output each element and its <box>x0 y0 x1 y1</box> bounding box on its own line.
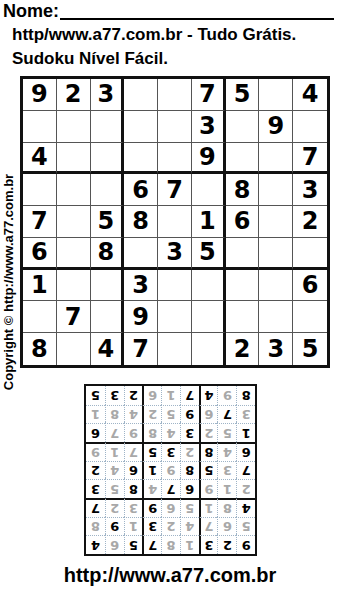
puzzle-cell-r5c1[interactable]: 7 <box>23 206 57 238</box>
puzzle-cell-r3c7[interactable] <box>226 143 260 175</box>
puzzle-cell-r3c6[interactable]: 9 <box>192 143 226 175</box>
solution-cell-r7c7: 9 <box>124 423 143 442</box>
puzzle-cell-r5c7[interactable]: 6 <box>226 206 260 238</box>
puzzle-cell-r3c4[interactable] <box>124 143 158 175</box>
solution-cell-r8c3: 6 <box>199 405 218 424</box>
solution-cell-r1c5: 8 <box>161 535 180 554</box>
solution-cell-r4c6: 4 <box>142 479 161 498</box>
puzzle-cell-r2c1[interactable] <box>23 111 57 143</box>
puzzle-cell-r3c5[interactable] <box>158 143 192 175</box>
solution-cell-r3c8: 2 <box>105 498 124 517</box>
puzzle-cell-r9c5[interactable] <box>158 333 192 365</box>
puzzle-cell-r4c3[interactable] <box>91 174 125 206</box>
solution-cell-r2c4: 4 <box>180 517 199 536</box>
puzzle-cell-r1c8[interactable] <box>259 79 293 111</box>
sudoku-solution-grid-rotated: 9231875645674231984815693272196748537358… <box>84 384 257 556</box>
solution-cell-r4c3: 9 <box>199 479 218 498</box>
solution-cell-r3c2: 8 <box>217 498 236 517</box>
solution-cell-r3c6: 9 <box>142 498 161 517</box>
puzzle-cell-r3c2[interactable] <box>57 143 91 175</box>
name-row: Nome: <box>3 0 334 22</box>
puzzle-cell-r3c3[interactable] <box>91 143 125 175</box>
puzzle-cell-r6c8[interactable] <box>259 238 293 270</box>
puzzle-cell-r2c3[interactable] <box>91 111 125 143</box>
solution-cell-r1c9: 4 <box>86 535 105 554</box>
solution-cell-r2c7: 1 <box>124 517 143 536</box>
solution-cell-r7c3: 2 <box>199 423 218 442</box>
solution-cell-r8c6: 2 <box>142 405 161 424</box>
puzzle-cell-r1c6[interactable]: 7 <box>192 79 226 111</box>
puzzle-cell-r2c7[interactable] <box>226 111 260 143</box>
puzzle-cell-r2c4[interactable] <box>124 111 158 143</box>
puzzle-cell-r7c8[interactable] <box>259 270 293 302</box>
puzzle-cell-r2c9[interactable] <box>293 111 327 143</box>
puzzle-cell-r8c9[interactable] <box>293 301 327 333</box>
solution-cell-r1c7: 5 <box>124 535 143 554</box>
puzzle-cell-r7c1[interactable]: 1 <box>23 270 57 302</box>
solution-cell-r9c1: 8 <box>236 386 255 405</box>
solution-cell-r3c3: 1 <box>199 498 218 517</box>
solution-cell-r5c7: 6 <box>124 461 143 480</box>
puzzle-cell-r3c8[interactable] <box>259 143 293 175</box>
solution-cell-r4c1: 2 <box>236 479 255 498</box>
puzzle-cell-r1c2[interactable]: 2 <box>57 79 91 111</box>
solution-cell-r2c9: 8 <box>86 517 105 536</box>
puzzle-cell-r6c3[interactable]: 8 <box>91 238 125 270</box>
puzzle-cell-r1c5[interactable] <box>158 79 192 111</box>
name-label: Nome: <box>3 1 59 22</box>
solution-cell-r9c3: 4 <box>199 386 218 405</box>
puzzle-cell-r1c4[interactable] <box>124 79 158 111</box>
solution-cell-r7c6: 8 <box>142 423 161 442</box>
puzzle-cell-r9c4[interactable]: 7 <box>124 333 158 365</box>
puzzle-cell-r5c2[interactable] <box>57 206 91 238</box>
solution-cell-r8c4: 9 <box>180 405 199 424</box>
solution-cell-r1c8: 6 <box>105 535 124 554</box>
puzzle-cell-r8c5[interactable] <box>158 301 192 333</box>
puzzle-cell-r4c4[interactable]: 6 <box>124 174 158 206</box>
puzzle-cell-r7c7[interactable] <box>226 270 260 302</box>
solution-cell-r8c1: 3 <box>236 405 255 424</box>
puzzle-cell-r8c3[interactable] <box>91 301 125 333</box>
puzzle-cell-r9c8[interactable]: 3 <box>259 333 293 365</box>
puzzle-cell-r9c9[interactable]: 5 <box>293 333 327 365</box>
puzzle-cell-r7c9[interactable]: 6 <box>293 270 327 302</box>
solution-cell-r8c9: 1 <box>86 405 105 424</box>
solution-cell-r5c1: 7 <box>236 461 255 480</box>
solution-cell-r4c8: 5 <box>105 479 124 498</box>
name-fill-in-line[interactable] <box>60 18 334 20</box>
solution-cell-r9c7: 2 <box>124 386 143 405</box>
puzzle-cell-r2c6[interactable]: 3 <box>192 111 226 143</box>
puzzle-cell-r9c3[interactable]: 4 <box>91 333 125 365</box>
site-tagline: http/www.a77.com.br - Tudo Grátis. <box>12 25 296 45</box>
solution-cell-r6c1: 6 <box>236 442 255 461</box>
solution-cell-r9c8: 3 <box>105 386 124 405</box>
copyright-vertical-text: Copyright © http://www.a77.com.br <box>1 136 17 428</box>
solution-cell-r7c9: 6 <box>86 423 105 442</box>
sudoku-puzzle-grid: 923754394976783758162683513679847235 <box>20 76 330 368</box>
puzzle-cell-r4c5[interactable]: 7 <box>158 174 192 206</box>
puzzle-cell-r6c5[interactable]: 3 <box>158 238 192 270</box>
solution-cell-r7c4: 3 <box>180 423 199 442</box>
solution-cell-r9c4: 7 <box>180 386 199 405</box>
solution-cell-r5c5: 9 <box>161 461 180 480</box>
puzzle-cell-r5c8[interactable] <box>259 206 293 238</box>
puzzle-cell-r9c1[interactable]: 8 <box>23 333 57 365</box>
solution-cell-r6c7: 7 <box>124 442 143 461</box>
puzzle-cell-r1c1[interactable]: 9 <box>23 79 57 111</box>
solution-cell-r7c2: 5 <box>217 423 236 442</box>
puzzle-cell-r4c1[interactable] <box>23 174 57 206</box>
solution-cell-r1c4: 1 <box>180 535 199 554</box>
puzzle-cell-r8c4[interactable]: 9 <box>124 301 158 333</box>
solution-cell-r2c3: 7 <box>199 517 218 536</box>
puzzle-cell-r6c9[interactable] <box>293 238 327 270</box>
puzzle-cell-r2c5[interactable] <box>158 111 192 143</box>
solution-cell-r6c3: 8 <box>199 442 218 461</box>
solution-cell-r4c9: 3 <box>86 479 105 498</box>
puzzle-cell-r8c6[interactable] <box>192 301 226 333</box>
puzzle-cell-r8c7[interactable] <box>226 301 260 333</box>
solution-cell-r6c5: 3 <box>161 442 180 461</box>
solution-cell-r3c1: 4 <box>236 498 255 517</box>
puzzle-title: Sudoku Nível Fácil. <box>12 49 168 69</box>
puzzle-cell-r4c7[interactable]: 8 <box>226 174 260 206</box>
puzzle-cell-r1c9[interactable]: 4 <box>293 79 327 111</box>
puzzle-cell-r5c4[interactable]: 8 <box>124 206 158 238</box>
solution-cell-r2c5: 2 <box>161 517 180 536</box>
puzzle-cell-r4c9[interactable]: 3 <box>293 174 327 206</box>
solution-cell-r3c9: 7 <box>86 498 105 517</box>
puzzle-cell-r2c2[interactable] <box>57 111 91 143</box>
footer-url: http://www.a77.com.br <box>0 564 340 587</box>
solution-cell-r7c1: 1 <box>236 423 255 442</box>
solution-cell-r4c2: 1 <box>217 479 236 498</box>
solution-cell-r1c6: 7 <box>142 535 161 554</box>
puzzle-cell-r3c9[interactable]: 7 <box>293 143 327 175</box>
solution-cell-r8c7: 4 <box>124 405 143 424</box>
puzzle-cell-r4c6[interactable] <box>192 174 226 206</box>
solution-cell-r5c4: 8 <box>180 461 199 480</box>
puzzle-cell-r2c8[interactable]: 9 <box>259 111 293 143</box>
sudoku-worksheet-page: Nome: http/www.a77.com.br - Tudo Grátis.… <box>0 0 340 596</box>
solution-cell-r4c7: 8 <box>124 479 143 498</box>
solution-cell-r5c3: 5 <box>199 461 218 480</box>
puzzle-cell-r4c8[interactable] <box>259 174 293 206</box>
puzzle-cell-r8c2[interactable]: 7 <box>57 301 91 333</box>
puzzle-cell-r1c3[interactable]: 3 <box>91 79 125 111</box>
solution-cell-r9c5: 1 <box>161 386 180 405</box>
solution-cell-r8c8: 8 <box>105 405 124 424</box>
solution-cell-r3c5: 6 <box>161 498 180 517</box>
solution-cell-r5c8: 4 <box>105 461 124 480</box>
solution-cell-r7c5: 4 <box>161 423 180 442</box>
puzzle-cell-r5c9[interactable]: 2 <box>293 206 327 238</box>
puzzle-cell-r8c8[interactable] <box>259 301 293 333</box>
solution-cell-r6c4: 2 <box>180 442 199 461</box>
solution-cell-r7c8: 7 <box>105 423 124 442</box>
puzzle-cell-r4c2[interactable] <box>57 174 91 206</box>
puzzle-cell-r7c4[interactable]: 3 <box>124 270 158 302</box>
solution-cell-r2c8: 9 <box>105 517 124 536</box>
puzzle-cell-r1c7[interactable]: 5 <box>226 79 260 111</box>
puzzle-cell-r9c2[interactable] <box>57 333 91 365</box>
puzzle-cell-r7c6[interactable] <box>192 270 226 302</box>
solution-cell-r5c2: 3 <box>217 461 236 480</box>
puzzle-cell-r9c7[interactable]: 2 <box>226 333 260 365</box>
puzzle-cell-r6c7[interactable] <box>226 238 260 270</box>
puzzle-cell-r7c5[interactable] <box>158 270 192 302</box>
solution-cell-r9c9: 5 <box>86 386 105 405</box>
puzzle-cell-r7c2[interactable] <box>57 270 91 302</box>
solution-cell-r3c7: 3 <box>124 498 143 517</box>
solution-cell-r2c6: 3 <box>142 517 161 536</box>
puzzle-cell-r5c6[interactable]: 1 <box>192 206 226 238</box>
solution-cell-r5c6: 1 <box>142 461 161 480</box>
solution-cell-r1c3: 3 <box>199 535 218 554</box>
puzzle-cell-r6c2[interactable] <box>57 238 91 270</box>
solution-cell-r2c1: 5 <box>236 517 255 536</box>
puzzle-cell-r5c5[interactable] <box>158 206 192 238</box>
puzzle-cell-r6c1[interactable]: 6 <box>23 238 57 270</box>
solution-cell-r5c9: 2 <box>86 461 105 480</box>
solution-cell-r6c6: 5 <box>142 442 161 461</box>
puzzle-cell-r9c6[interactable] <box>192 333 226 365</box>
solution-cell-r6c9: 9 <box>86 442 105 461</box>
solution-cell-r1c1: 9 <box>236 535 255 554</box>
solution-cell-r8c2: 7 <box>217 405 236 424</box>
puzzle-cell-r3c1[interactable]: 4 <box>23 143 57 175</box>
solution-cell-r6c8: 1 <box>105 442 124 461</box>
puzzle-cell-r6c6[interactable]: 5 <box>192 238 226 270</box>
solution-cell-r4c5: 7 <box>161 479 180 498</box>
solution-cell-r3c4: 5 <box>180 498 199 517</box>
solution-cell-r6c2: 4 <box>217 442 236 461</box>
puzzle-cell-r8c1[interactable] <box>23 301 57 333</box>
puzzle-cell-r7c3[interactable] <box>91 270 125 302</box>
solution-cell-r9c2: 9 <box>217 386 236 405</box>
puzzle-cell-r5c3[interactable]: 5 <box>91 206 125 238</box>
solution-cell-r1c2: 2 <box>217 535 236 554</box>
solution-cell-r2c2: 6 <box>217 517 236 536</box>
solution-cell-r4c4: 6 <box>180 479 199 498</box>
solution-cell-r8c5: 5 <box>161 405 180 424</box>
solution-cell-r9c6: 6 <box>142 386 161 405</box>
puzzle-cell-r6c4[interactable] <box>124 238 158 270</box>
